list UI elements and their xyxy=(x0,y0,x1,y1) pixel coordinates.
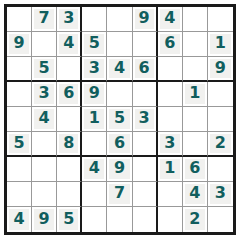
sudoku-cell[interactable]: 5 xyxy=(32,57,57,82)
sudoku-cell[interactable]: 9 xyxy=(82,82,107,107)
sudoku-cell[interactable]: 9 xyxy=(107,157,132,182)
cell-digit: 6 xyxy=(189,160,200,176)
cell-digit: 9 xyxy=(114,160,125,176)
sudoku-cell[interactable] xyxy=(208,107,233,132)
cell-digit: 4 xyxy=(114,60,125,76)
sudoku-cell[interactable] xyxy=(158,57,183,82)
sudoku-cell[interactable] xyxy=(183,132,208,157)
sudoku-cell[interactable] xyxy=(133,207,158,232)
sudoku-cell[interactable]: 3 xyxy=(158,132,183,157)
cell-digit: 8 xyxy=(63,135,74,151)
cell-digit: 6 xyxy=(164,35,175,51)
sudoku-cell[interactable]: 3 xyxy=(82,57,107,82)
cell-digit: 3 xyxy=(39,85,50,101)
sudoku-cell[interactable]: 8 xyxy=(57,132,82,157)
cell-digit: 5 xyxy=(13,135,24,151)
sudoku-cell[interactable] xyxy=(7,82,32,107)
cell-digit: 7 xyxy=(114,185,125,201)
sudoku-cell[interactable]: 6 xyxy=(133,57,158,82)
sudoku-cell[interactable] xyxy=(32,157,57,182)
cell-digit: 9 xyxy=(215,60,226,76)
sudoku-cell[interactable] xyxy=(7,57,32,82)
sudoku-cell[interactable] xyxy=(107,82,132,107)
cell-digit: 1 xyxy=(164,160,175,176)
sudoku-cell[interactable] xyxy=(208,207,233,232)
sudoku-cell[interactable]: 9 xyxy=(32,207,57,232)
cell-digit: 4 xyxy=(39,110,50,126)
sudoku-cell[interactable]: 5 xyxy=(57,207,82,232)
sudoku-cell[interactable]: 5 xyxy=(107,107,132,132)
sudoku-cell[interactable] xyxy=(57,107,82,132)
sudoku-cell[interactable] xyxy=(82,7,107,32)
sudoku-cell[interactable] xyxy=(32,182,57,207)
cell-digit: 4 xyxy=(189,185,200,201)
sudoku-cell[interactable] xyxy=(208,157,233,182)
cell-digit: 5 xyxy=(39,60,50,76)
sudoku-cell[interactable] xyxy=(158,82,183,107)
sudoku-cell[interactable] xyxy=(133,82,158,107)
sudoku-cell[interactable] xyxy=(82,207,107,232)
sudoku-cell[interactable] xyxy=(133,132,158,157)
sudoku-cell[interactable] xyxy=(183,32,208,57)
sudoku-cell[interactable] xyxy=(82,182,107,207)
sudoku-cell[interactable]: 3 xyxy=(208,182,233,207)
sudoku-cell[interactable] xyxy=(133,32,158,57)
sudoku-cell[interactable] xyxy=(7,157,32,182)
cell-digit: 3 xyxy=(63,10,74,26)
sudoku-cell[interactable] xyxy=(32,132,57,157)
sudoku-cell[interactable]: 3 xyxy=(32,82,57,107)
cell-digit: 1 xyxy=(215,35,226,51)
sudoku-cell[interactable]: 4 xyxy=(158,7,183,32)
sudoku-cell[interactable] xyxy=(107,207,132,232)
sudoku-widget: 73949456153469369141535863249167434952 xyxy=(0,0,240,240)
sudoku-cell[interactable]: 6 xyxy=(158,32,183,57)
sudoku-cell[interactable]: 1 xyxy=(158,157,183,182)
cell-digit: 3 xyxy=(164,135,175,151)
cell-digit: 9 xyxy=(139,10,150,26)
sudoku-cell[interactable] xyxy=(133,182,158,207)
sudoku-cell[interactable] xyxy=(208,7,233,32)
sudoku-cell[interactable] xyxy=(57,182,82,207)
sudoku-cell[interactable]: 5 xyxy=(82,32,107,57)
sudoku-cell[interactable] xyxy=(183,107,208,132)
sudoku-cell[interactable] xyxy=(32,32,57,57)
cell-digit: 3 xyxy=(139,110,150,126)
sudoku-cell[interactable]: 3 xyxy=(57,7,82,32)
cell-digit: 9 xyxy=(39,211,50,227)
sudoku-cell[interactable]: 4 xyxy=(82,157,107,182)
sudoku-cell[interactable]: 2 xyxy=(183,207,208,232)
sudoku-cell[interactable]: 7 xyxy=(107,182,132,207)
sudoku-cell[interactable] xyxy=(107,32,132,57)
sudoku-cell[interactable]: 5 xyxy=(7,132,32,157)
cell-digit: 3 xyxy=(215,185,226,201)
sudoku-cell[interactable] xyxy=(158,107,183,132)
sudoku-cell[interactable]: 4 xyxy=(183,182,208,207)
sudoku-cell[interactable]: 9 xyxy=(7,32,32,57)
sudoku-cell[interactable]: 6 xyxy=(183,157,208,182)
sudoku-cell[interactable] xyxy=(208,82,233,107)
sudoku-cell[interactable] xyxy=(158,207,183,232)
sudoku-cell[interactable]: 9 xyxy=(208,57,233,82)
cell-digit: 9 xyxy=(89,85,100,101)
sudoku-cell[interactable]: 4 xyxy=(57,32,82,57)
sudoku-cell[interactable] xyxy=(7,107,32,132)
cell-digit: 6 xyxy=(63,85,74,101)
sudoku-cell[interactable]: 1 xyxy=(183,82,208,107)
sudoku-cell[interactable] xyxy=(7,7,32,32)
sudoku-cell[interactable]: 7 xyxy=(32,7,57,32)
sudoku-cell[interactable] xyxy=(57,57,82,82)
cell-digit: 5 xyxy=(63,211,74,227)
cell-digit: 1 xyxy=(89,110,100,126)
sudoku-cell[interactable] xyxy=(57,157,82,182)
sudoku-board: 73949456153469369141535863249167434952 xyxy=(4,4,236,235)
sudoku-cell[interactable]: 4 xyxy=(107,57,132,82)
cell-digit: 7 xyxy=(39,10,50,26)
cell-digit: 4 xyxy=(89,160,100,176)
sudoku-cell[interactable]: 4 xyxy=(7,207,32,232)
cell-digit: 6 xyxy=(114,135,125,151)
sudoku-cell[interactable]: 1 xyxy=(208,32,233,57)
sudoku-cell[interactable] xyxy=(107,7,132,32)
cell-digit: 6 xyxy=(139,60,150,76)
cell-digit: 4 xyxy=(164,10,175,26)
cell-digit: 4 xyxy=(63,35,74,51)
cell-digit: 2 xyxy=(189,211,200,227)
sudoku-cell[interactable] xyxy=(133,157,158,182)
cell-digit: 4 xyxy=(13,211,24,227)
sudoku-cell[interactable] xyxy=(183,57,208,82)
cell-digit: 3 xyxy=(89,60,100,76)
sudoku-cell[interactable] xyxy=(7,182,32,207)
sudoku-cell[interactable] xyxy=(183,7,208,32)
sudoku-cell[interactable] xyxy=(158,182,183,207)
sudoku-cell[interactable]: 6 xyxy=(57,82,82,107)
sudoku-cell[interactable]: 1 xyxy=(82,107,107,132)
cell-digit: 5 xyxy=(89,35,100,51)
cell-digit: 2 xyxy=(215,135,226,151)
sudoku-cell[interactable] xyxy=(82,132,107,157)
sudoku-cell[interactable]: 4 xyxy=(32,107,57,132)
cell-digit: 5 xyxy=(114,110,125,126)
sudoku-cell[interactable]: 9 xyxy=(133,7,158,32)
sudoku-cell[interactable]: 3 xyxy=(133,107,158,132)
sudoku-cell[interactable]: 6 xyxy=(107,132,132,157)
sudoku-cell[interactable]: 2 xyxy=(208,132,233,157)
cell-digit: 1 xyxy=(189,85,200,101)
cell-digit: 9 xyxy=(13,35,24,51)
